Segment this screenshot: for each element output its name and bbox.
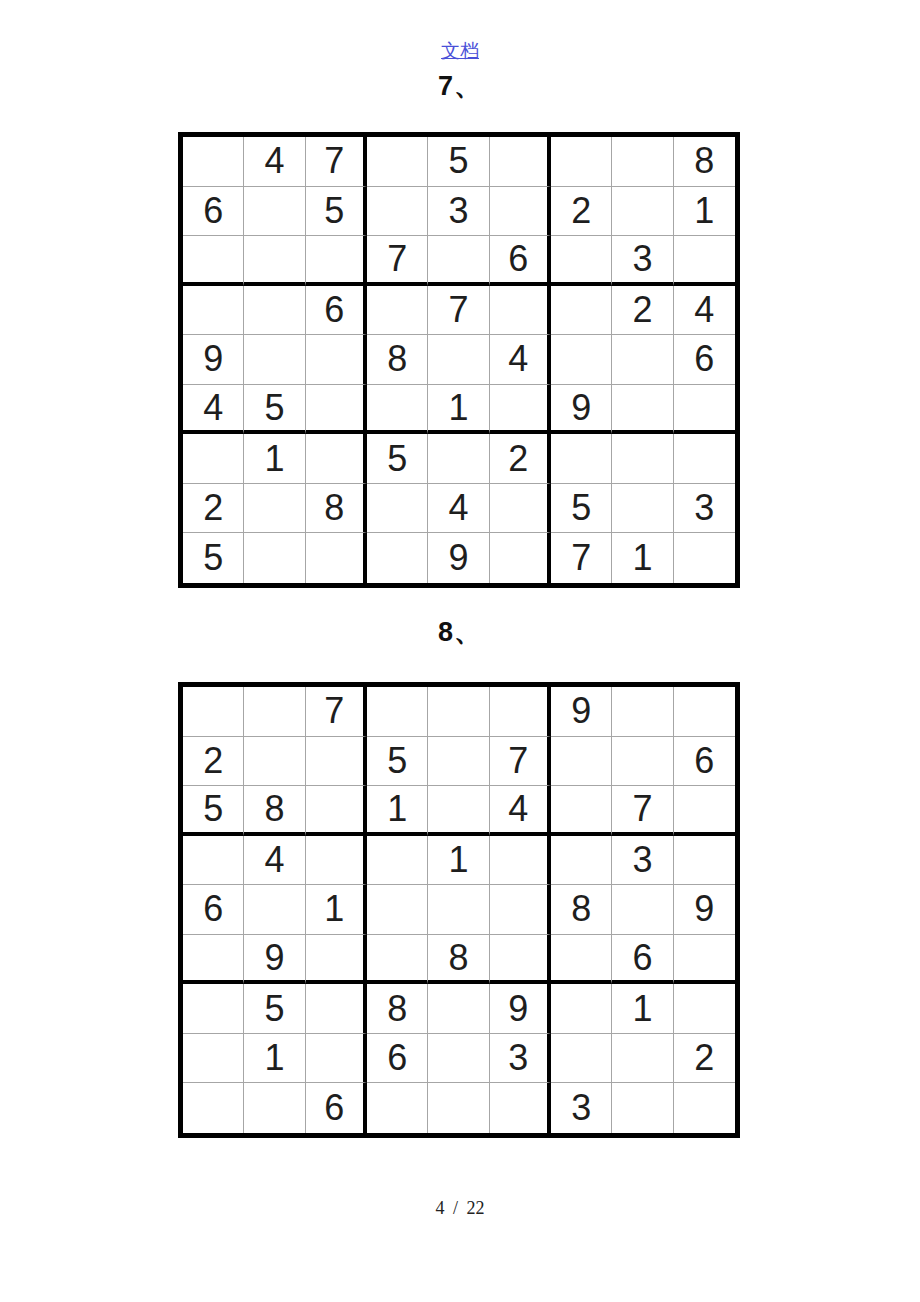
sudoku-cell: [428, 786, 489, 836]
sudoku-cell: 3: [612, 236, 673, 286]
sudoku-cell: [367, 286, 428, 336]
sudoku-cell: [428, 434, 489, 484]
sudoku-cell: [183, 687, 244, 737]
sudoku-board-7: 475865321763672498464519152284535971: [178, 132, 740, 588]
sudoku-cell: 2: [674, 1034, 735, 1084]
sudoku-cell: 9: [428, 533, 489, 583]
sudoku-cell: [428, 885, 489, 935]
sudoku-cell: 1: [612, 984, 673, 1034]
sudoku-cell: [551, 836, 612, 886]
page-divider: /: [451, 1198, 460, 1218]
sudoku-cell: [306, 935, 367, 985]
sudoku-cell: 2: [490, 434, 551, 484]
sudoku-cell: 2: [551, 187, 612, 237]
sudoku-cell: [428, 687, 489, 737]
sudoku-cell: 8: [367, 335, 428, 385]
sudoku-cell: [183, 236, 244, 286]
sudoku-cell: [490, 687, 551, 737]
sudoku-cell: [367, 885, 428, 935]
sudoku-cell: 5: [367, 737, 428, 787]
sudoku-cell: 8: [428, 935, 489, 985]
sudoku-cell: [244, 236, 305, 286]
sudoku-cell: 7: [612, 786, 673, 836]
sudoku-cell: 3: [612, 836, 673, 886]
sudoku-cell: 5: [244, 984, 305, 1034]
sudoku-cell: [367, 687, 428, 737]
sudoku-cell: [490, 385, 551, 435]
sudoku-cell: [306, 533, 367, 583]
sudoku-cell: 8: [306, 484, 367, 534]
document-page: 文档 7、 4758653217636724984645191522845359…: [0, 0, 920, 1302]
sudoku-cell: [612, 1034, 673, 1084]
sudoku-cell: 6: [183, 187, 244, 237]
sudoku-cell: 6: [674, 737, 735, 787]
sudoku-cell: 8: [244, 786, 305, 836]
total-pages: 22: [465, 1198, 487, 1218]
sudoku-cell: [674, 687, 735, 737]
sudoku-cell: 7: [551, 533, 612, 583]
sudoku-cell: [367, 385, 428, 435]
current-page: 4: [433, 1198, 446, 1218]
sudoku-cell: 4: [183, 385, 244, 435]
sudoku-cell: 4: [244, 836, 305, 886]
sudoku-cell: [612, 1083, 673, 1133]
sudoku-cell: [674, 385, 735, 435]
sudoku-cell: [490, 885, 551, 935]
sudoku-cell: [551, 286, 612, 336]
sudoku-cell: 5: [306, 187, 367, 237]
sudoku-cell: 7: [306, 687, 367, 737]
sudoku-cell: [306, 1034, 367, 1084]
sudoku-cell: [367, 1083, 428, 1133]
sudoku-cell: [551, 335, 612, 385]
sudoku-cell: 3: [428, 187, 489, 237]
sudoku-cell: [674, 935, 735, 985]
sudoku-cell: [183, 434, 244, 484]
doc-header-link[interactable]: 文档: [0, 38, 920, 64]
page-number-footer: 4 / 22: [0, 1198, 920, 1219]
sudoku-cell: [367, 935, 428, 985]
sudoku-cell: [244, 533, 305, 583]
sudoku-cell: [367, 187, 428, 237]
sudoku-board-8: 7925765814741361899865891163263: [178, 682, 740, 1138]
sudoku-cell: 6: [306, 286, 367, 336]
sudoku-cell: [490, 836, 551, 886]
sudoku-cell: [428, 984, 489, 1034]
sudoku-cell: [674, 1083, 735, 1133]
puzzle-8-label: 8、: [0, 614, 920, 650]
sudoku-cell: 1: [367, 786, 428, 836]
sudoku-cell: [367, 836, 428, 886]
sudoku-cell: [367, 484, 428, 534]
sudoku-cell: [306, 737, 367, 787]
sudoku-cell: 8: [367, 984, 428, 1034]
sudoku-cell: [674, 984, 735, 1034]
sudoku-cell: 4: [674, 286, 735, 336]
sudoku-cell: [551, 737, 612, 787]
sudoku-cell: [674, 786, 735, 836]
sudoku-cell: [428, 1083, 489, 1133]
sudoku-cell: [244, 737, 305, 787]
sudoku-cell: [551, 137, 612, 187]
sudoku-cell: 5: [183, 786, 244, 836]
sudoku-cell: 9: [244, 935, 305, 985]
sudoku-cell: [428, 737, 489, 787]
sudoku-cell: [551, 236, 612, 286]
sudoku-cell: [244, 885, 305, 935]
sudoku-cell: [551, 434, 612, 484]
sudoku-cell: [428, 236, 489, 286]
sudoku-cell: 2: [612, 286, 673, 336]
sudoku-cell: 5: [244, 385, 305, 435]
sudoku-cell: [183, 286, 244, 336]
sudoku-cell: 6: [612, 935, 673, 985]
sudoku-cell: [367, 533, 428, 583]
sudoku-cell: [183, 1083, 244, 1133]
sudoku-cell: [306, 786, 367, 836]
sudoku-cell: [428, 1034, 489, 1084]
sudoku-cell: 6: [674, 335, 735, 385]
sudoku-cell: [551, 984, 612, 1034]
sudoku-cell: [306, 984, 367, 1034]
sudoku-cell: 6: [490, 236, 551, 286]
sudoku-cell: [367, 137, 428, 187]
sudoku-cell: [490, 286, 551, 336]
sudoku-cell: [674, 434, 735, 484]
sudoku-cell: [306, 434, 367, 484]
sudoku-cell: [674, 236, 735, 286]
sudoku-cell: 4: [490, 786, 551, 836]
sudoku-cell: 6: [306, 1083, 367, 1133]
sudoku-cell: 1: [428, 385, 489, 435]
sudoku-cell: [490, 484, 551, 534]
sudoku-cell: [490, 1083, 551, 1133]
sudoku-cell: [612, 137, 673, 187]
sudoku-cell: [612, 335, 673, 385]
sudoku-cell: [244, 187, 305, 237]
sudoku-cell: 1: [244, 1034, 305, 1084]
sudoku-cell: 1: [612, 533, 673, 583]
sudoku-cell: 5: [367, 434, 428, 484]
sudoku-cell: 4: [428, 484, 489, 534]
sudoku-cell: [183, 1034, 244, 1084]
sudoku-cell: 6: [183, 885, 244, 935]
sudoku-cell: 8: [674, 137, 735, 187]
sudoku-cell: 2: [183, 737, 244, 787]
sudoku-cell: 4: [244, 137, 305, 187]
sudoku-cell: [244, 687, 305, 737]
sudoku-cell: 9: [183, 335, 244, 385]
sudoku-cell: 7: [428, 286, 489, 336]
sudoku-cell: [490, 187, 551, 237]
sudoku-cell: [490, 533, 551, 583]
sudoku-cell: [244, 286, 305, 336]
sudoku-cell: [674, 836, 735, 886]
sudoku-cell: [490, 935, 551, 985]
sudoku-cell: [183, 935, 244, 985]
sudoku-cell: 1: [244, 434, 305, 484]
sudoku-cell: 9: [551, 385, 612, 435]
sudoku-cell: [612, 687, 673, 737]
sudoku-cell: 1: [674, 187, 735, 237]
sudoku-cell: 5: [183, 533, 244, 583]
sudoku-cell: [612, 187, 673, 237]
sudoku-cell: [551, 935, 612, 985]
sudoku-cell: [612, 484, 673, 534]
sudoku-cell: [674, 533, 735, 583]
sudoku-cell: [183, 984, 244, 1034]
sudoku-cell: 7: [306, 137, 367, 187]
sudoku-cell: [551, 1034, 612, 1084]
sudoku-cell: 3: [551, 1083, 612, 1133]
sudoku-cell: [244, 1083, 305, 1133]
sudoku-cell: [551, 786, 612, 836]
sudoku-cell: 5: [551, 484, 612, 534]
sudoku-cell: [306, 836, 367, 886]
sudoku-cell: 6: [367, 1034, 428, 1084]
sudoku-cell: [244, 335, 305, 385]
sudoku-cell: 9: [674, 885, 735, 935]
sudoku-cell: 4: [490, 335, 551, 385]
sudoku-cell: 8: [551, 885, 612, 935]
sudoku-cell: [244, 484, 305, 534]
sudoku-cell: 3: [674, 484, 735, 534]
sudoku-cell: [183, 836, 244, 886]
sudoku-cell: [490, 137, 551, 187]
sudoku-cell: 1: [428, 836, 489, 886]
sudoku-cell: 7: [490, 737, 551, 787]
sudoku-cell: [612, 885, 673, 935]
sudoku-cell: 2: [183, 484, 244, 534]
sudoku-cell: [428, 335, 489, 385]
sudoku-cell: 3: [490, 1034, 551, 1084]
sudoku-cell: [612, 737, 673, 787]
sudoku-cell: [306, 236, 367, 286]
sudoku-cell: [306, 335, 367, 385]
sudoku-cell: 9: [551, 687, 612, 737]
sudoku-cell: 9: [490, 984, 551, 1034]
sudoku-cell: 5: [428, 137, 489, 187]
sudoku-cell: [612, 434, 673, 484]
sudoku-cell: 7: [367, 236, 428, 286]
sudoku-cell: [306, 385, 367, 435]
puzzle-7-label: 7、: [0, 68, 920, 104]
sudoku-cell: [183, 137, 244, 187]
sudoku-cell: 1: [306, 885, 367, 935]
sudoku-cell: [612, 385, 673, 435]
